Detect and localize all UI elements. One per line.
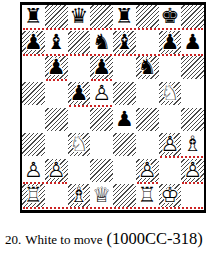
square-h8	[181, 5, 204, 31]
piece-glyph: ♝	[113, 31, 136, 54]
square-c5: ♟♟	[68, 82, 91, 108]
piece-glyph: ♚	[159, 5, 182, 28]
piece-white-pawn: ♟♙	[45, 159, 68, 182]
square-b5	[45, 82, 68, 108]
square-b2: ♟♙	[45, 159, 68, 185]
square-d6: ♟♟	[90, 56, 113, 82]
piece-glyph: ♟	[68, 82, 91, 105]
square-h6	[181, 56, 204, 82]
piece-glyph: ♙	[45, 159, 68, 182]
piece-black-knight: ♞♞	[136, 56, 159, 79]
piece-glyph: ♙	[181, 159, 204, 182]
piece-white-pawn: ♟♙	[90, 82, 113, 105]
square-b6: ♟♟	[45, 56, 68, 82]
square-e6	[113, 56, 136, 82]
piece-white-pawn: ♟♙	[22, 159, 45, 182]
piece-glyph: ♛	[68, 5, 91, 28]
piece-black-king: ♚♚	[159, 5, 182, 28]
piece-white-knight: ♞♘	[159, 82, 182, 105]
square-g4	[159, 108, 182, 134]
caption-number: 20.	[5, 232, 21, 247]
piece-glyph: ♖	[136, 184, 159, 207]
square-d8	[90, 5, 113, 31]
piece-white-rook: ♜♖	[136, 184, 159, 207]
square-h4	[181, 108, 204, 134]
square-h2: ♟♙	[181, 159, 204, 185]
square-c2	[68, 159, 91, 185]
piece-black-pawn: ♟♟	[22, 31, 45, 54]
square-f3	[136, 133, 159, 159]
piece-glyph: ♗	[68, 184, 91, 207]
piece-glyph: ♙	[136, 159, 159, 182]
square-h1	[181, 184, 204, 210]
square-e4: ♟♟	[113, 108, 136, 134]
square-c8: ♛♛	[68, 5, 91, 31]
piece-white-rook: ♜♖	[22, 184, 45, 207]
square-e1	[113, 184, 136, 210]
square-e2	[113, 159, 136, 185]
square-b3	[45, 133, 68, 159]
square-a3	[22, 133, 45, 159]
square-a7: ♟♟	[22, 31, 45, 57]
square-h7: ♟♟	[181, 31, 204, 57]
piece-white-queen: ♛♕	[90, 184, 113, 207]
square-h5	[181, 82, 204, 108]
square-e5	[113, 82, 136, 108]
piece-black-rook: ♜♜	[22, 5, 45, 28]
square-d4	[90, 108, 113, 134]
square-f7	[136, 31, 159, 57]
piece-glyph: ♙	[22, 159, 45, 182]
square-c7	[68, 31, 91, 57]
square-b1	[45, 184, 68, 210]
square-b8	[45, 5, 68, 31]
square-f5	[136, 82, 159, 108]
piece-black-pawn: ♟♟	[159, 31, 182, 54]
piece-glyph: ♖	[22, 184, 45, 207]
caption-source-ref: (1000CC-318)	[107, 229, 203, 248]
piece-glyph: ♜	[113, 5, 136, 28]
piece-white-pawn: ♟♙	[181, 159, 204, 182]
square-a5	[22, 82, 45, 108]
piece-glyph: ♞	[136, 56, 159, 79]
square-e7: ♝♝	[113, 31, 136, 57]
square-b4	[45, 108, 68, 134]
piece-black-pawn: ♟♟	[68, 82, 91, 105]
piece-black-bishop: ♝♝	[113, 31, 136, 54]
square-d3	[90, 133, 113, 159]
chess-board: ♜♜♛♛♜♜♚♚♟♟♝♝♞♞♝♝♟♟♟♟♟♟♟♟♞♞♟♟♟♙♞♘♟♟♞♘♟♙♝♗…	[20, 2, 206, 213]
piece-black-pawn: ♟♟	[45, 56, 68, 79]
piece-glyph: ♞	[90, 31, 113, 54]
square-e3	[113, 133, 136, 159]
caption: 20.White to move(1000CC-318)	[5, 229, 203, 249]
piece-white-knight: ♞♘	[68, 133, 91, 156]
square-h3: ♝♗	[181, 133, 204, 159]
piece-glyph: ♝	[45, 31, 68, 54]
square-g2	[159, 159, 182, 185]
piece-glyph: ♙	[159, 133, 182, 156]
square-d1: ♛♕	[90, 184, 113, 210]
piece-white-pawn: ♟♙	[159, 133, 182, 156]
square-a4	[22, 108, 45, 134]
piece-black-queen: ♛♛	[68, 5, 91, 28]
chess-board-grid: ♜♜♛♛♜♜♚♚♟♟♝♝♞♞♝♝♟♟♟♟♟♟♟♟♞♞♟♟♟♙♞♘♟♟♞♘♟♙♝♗…	[22, 5, 204, 210]
square-g5: ♞♘	[159, 82, 182, 108]
square-a8: ♜♜	[22, 5, 45, 31]
square-d7: ♞♞	[90, 31, 113, 57]
piece-glyph: ♟	[113, 108, 136, 131]
square-b7: ♝♝	[45, 31, 68, 57]
square-g8: ♚♚	[159, 5, 182, 31]
square-c1: ♝♗	[68, 184, 91, 210]
square-e8: ♜♜	[113, 5, 136, 31]
piece-black-rook: ♜♜	[113, 5, 136, 28]
piece-glyph: ♔	[159, 184, 182, 207]
page: ♜♜♛♛♜♜♚♚♟♟♝♝♞♞♝♝♟♟♟♟♟♟♟♟♞♞♟♟♟♙♞♘♟♟♞♘♟♙♝♗…	[0, 0, 207, 256]
caption-side-to-move: White to move	[25, 232, 102, 247]
piece-glyph: ♗	[181, 133, 204, 156]
piece-glyph: ♟	[45, 56, 68, 79]
piece-glyph: ♟	[159, 31, 182, 54]
piece-white-king: ♚♔	[159, 184, 182, 207]
piece-glyph: ♟	[181, 31, 204, 54]
piece-black-knight: ♞♞	[90, 31, 113, 54]
piece-glyph: ♕	[90, 184, 113, 207]
square-d2	[90, 159, 113, 185]
square-c6	[68, 56, 91, 82]
square-g7: ♟♟	[159, 31, 182, 57]
square-c4	[68, 108, 91, 134]
square-f2: ♟♙	[136, 159, 159, 185]
square-d5: ♟♙	[90, 82, 113, 108]
piece-black-bishop: ♝♝	[45, 31, 68, 54]
piece-glyph: ♙	[90, 82, 113, 105]
piece-white-bishop: ♝♗	[68, 184, 91, 207]
piece-glyph: ♘	[159, 82, 182, 105]
piece-glyph: ♟	[22, 31, 45, 54]
piece-glyph: ♟	[90, 56, 113, 79]
piece-black-pawn: ♟♟	[90, 56, 113, 79]
square-a6	[22, 56, 45, 82]
piece-black-pawn: ♟♟	[181, 31, 204, 54]
piece-black-pawn: ♟♟	[113, 108, 136, 131]
square-f1: ♜♖	[136, 184, 159, 210]
square-f6: ♞♞	[136, 56, 159, 82]
square-g6	[159, 56, 182, 82]
square-g3: ♟♙	[159, 133, 182, 159]
square-g1: ♚♔	[159, 184, 182, 210]
square-f4	[136, 108, 159, 134]
piece-glyph: ♘	[68, 133, 91, 156]
piece-glyph: ♜	[22, 5, 45, 28]
piece-white-bishop: ♝♗	[181, 133, 204, 156]
square-f8	[136, 5, 159, 31]
square-a2: ♟♙	[22, 159, 45, 185]
piece-white-pawn: ♟♙	[136, 159, 159, 182]
square-c3: ♞♘	[68, 133, 91, 159]
square-a1: ♜♖	[22, 184, 45, 210]
